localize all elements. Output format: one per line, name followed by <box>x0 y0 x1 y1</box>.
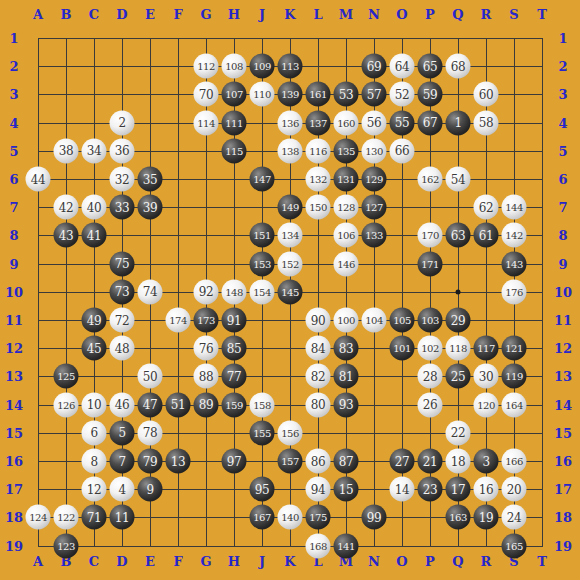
row-label-left: 15 <box>5 425 23 440</box>
black-stone-E6[interactable]: 35 <box>138 167 163 192</box>
row-label-right: 1 <box>558 31 567 46</box>
black-stone-Q17[interactable]: 17 <box>446 477 471 502</box>
row-label-right: 15 <box>554 425 572 440</box>
white-stone-S18[interactable]: 24 <box>502 505 527 530</box>
white-stone-D4[interactable]: 2 <box>110 110 135 135</box>
row-label-right: 19 <box>554 538 572 553</box>
column-label-top: A <box>33 7 43 22</box>
black-stone-P16[interactable]: 21 <box>418 449 443 474</box>
column-label-bottom: F <box>173 554 182 569</box>
black-stone-K10[interactable]: 145 <box>278 279 303 304</box>
white-stone-G12[interactable]: 76 <box>194 336 219 361</box>
black-stone-N3[interactable]: 57 <box>362 82 387 107</box>
black-stone-P11[interactable]: 103 <box>418 308 443 333</box>
column-label-top: L <box>313 7 322 22</box>
black-stone-H12[interactable]: 85 <box>222 336 247 361</box>
black-stone-Q11[interactable]: 29 <box>446 308 471 333</box>
column-label-top: K <box>284 7 295 22</box>
black-stone-K2[interactable]: 113 <box>278 54 303 79</box>
row-label-right: 18 <box>554 510 572 525</box>
white-stone-M11[interactable]: 100 <box>334 308 359 333</box>
white-stone-L7[interactable]: 150 <box>306 195 331 220</box>
row-label-left: 8 <box>9 228 18 243</box>
black-stone-F14[interactable]: 51 <box>166 392 191 417</box>
star-point <box>456 289 461 294</box>
row-label-right: 2 <box>558 59 567 74</box>
white-stone-B18[interactable]: 122 <box>54 505 79 530</box>
black-stone-K16[interactable]: 157 <box>278 449 303 474</box>
black-stone-M6[interactable]: 131 <box>334 167 359 192</box>
white-stone-L13[interactable]: 82 <box>306 364 331 389</box>
black-stone-P3[interactable]: 59 <box>418 82 443 107</box>
white-stone-A6[interactable]: 44 <box>26 167 51 192</box>
grid-line-vertical <box>38 38 39 547</box>
white-stone-S16[interactable]: 166 <box>502 449 527 474</box>
column-label-top: P <box>425 7 435 22</box>
white-stone-M8[interactable]: 106 <box>334 223 359 248</box>
white-stone-S14[interactable]: 164 <box>502 392 527 417</box>
white-stone-G13[interactable]: 88 <box>194 364 219 389</box>
column-label-bottom: O <box>396 554 407 569</box>
black-stone-S19[interactable]: 165 <box>502 533 527 558</box>
white-stone-L5[interactable]: 116 <box>306 138 331 163</box>
white-stone-D6[interactable]: 32 <box>110 167 135 192</box>
white-stone-D17[interactable]: 4 <box>110 477 135 502</box>
black-stone-C12[interactable]: 45 <box>82 336 107 361</box>
black-stone-M12[interactable]: 83 <box>334 336 359 361</box>
black-stone-R8[interactable]: 61 <box>474 223 499 248</box>
go-board-screenshot: AABBCCDDEEFFGGHHJJKKLLMMNNOOPPQQRRSSTT11… <box>0 0 580 580</box>
white-stone-R14[interactable]: 120 <box>474 392 499 417</box>
row-label-left: 17 <box>5 482 23 497</box>
row-label-left: 10 <box>5 284 23 299</box>
black-stone-N7[interactable]: 127 <box>362 195 387 220</box>
white-stone-L17[interactable]: 94 <box>306 477 331 502</box>
black-stone-M13[interactable]: 81 <box>334 364 359 389</box>
column-label-top: N <box>368 7 380 22</box>
row-label-right: 17 <box>554 482 572 497</box>
white-stone-H10[interactable]: 148 <box>222 279 247 304</box>
row-label-right: 10 <box>554 284 572 299</box>
column-label-top: S <box>509 7 518 22</box>
column-label-bottom: J <box>259 554 265 569</box>
black-stone-P2[interactable]: 65 <box>418 54 443 79</box>
column-label-bottom: C <box>89 554 99 569</box>
row-label-right: 11 <box>554 313 572 328</box>
column-label-top: B <box>61 7 72 22</box>
white-stone-P6[interactable]: 162 <box>418 167 443 192</box>
white-stone-L11[interactable]: 90 <box>306 308 331 333</box>
black-stone-D18[interactable]: 11 <box>110 505 135 530</box>
white-stone-S8[interactable]: 142 <box>502 223 527 248</box>
row-label-left: 14 <box>5 397 23 412</box>
row-label-left: 12 <box>5 341 23 356</box>
black-stone-N2[interactable]: 69 <box>362 54 387 79</box>
row-label-left: 4 <box>9 115 18 130</box>
white-stone-R13[interactable]: 30 <box>474 364 499 389</box>
black-stone-S12[interactable]: 121 <box>502 336 527 361</box>
column-label-top: Q <box>452 7 463 22</box>
column-label-bottom: G <box>200 554 211 569</box>
white-stone-E10[interactable]: 74 <box>138 279 163 304</box>
white-stone-S10[interactable]: 176 <box>502 279 527 304</box>
column-label-bottom: Q <box>452 554 463 569</box>
white-stone-K5[interactable]: 138 <box>278 138 303 163</box>
white-stone-O17[interactable]: 14 <box>390 477 415 502</box>
black-stone-O16[interactable]: 27 <box>390 449 415 474</box>
black-stone-N18[interactable]: 99 <box>362 505 387 530</box>
black-stone-H14[interactable]: 159 <box>222 392 247 417</box>
white-stone-K15[interactable]: 156 <box>278 420 303 445</box>
white-stone-J14[interactable]: 158 <box>250 392 275 417</box>
white-stone-Q2[interactable]: 68 <box>446 54 471 79</box>
column-label-bottom: P <box>425 554 435 569</box>
black-stone-O11[interactable]: 105 <box>390 308 415 333</box>
row-label-right: 16 <box>554 454 572 469</box>
row-label-right: 4 <box>558 115 567 130</box>
white-stone-K8[interactable]: 134 <box>278 223 303 248</box>
black-stone-H11[interactable]: 91 <box>222 308 247 333</box>
white-stone-D14[interactable]: 46 <box>110 392 135 417</box>
black-stone-J9[interactable]: 153 <box>250 251 275 276</box>
column-label-top: O <box>396 7 407 22</box>
black-stone-Q4[interactable]: 1 <box>446 110 471 135</box>
white-stone-P14[interactable]: 26 <box>418 392 443 417</box>
black-stone-E17[interactable]: 9 <box>138 477 163 502</box>
white-stone-D11[interactable]: 72 <box>110 308 135 333</box>
column-label-top: G <box>200 7 211 22</box>
white-stone-G10[interactable]: 92 <box>194 279 219 304</box>
black-stone-G14[interactable]: 89 <box>194 392 219 417</box>
white-stone-C17[interactable]: 12 <box>82 477 107 502</box>
black-stone-P17[interactable]: 23 <box>418 477 443 502</box>
black-stone-J15[interactable]: 155 <box>250 420 275 445</box>
column-label-top: F <box>173 7 182 22</box>
row-label-right: 12 <box>554 341 572 356</box>
grid-line-vertical <box>542 38 543 547</box>
column-label-bottom: A <box>33 554 43 569</box>
row-label-left: 6 <box>9 172 18 187</box>
black-stone-J18[interactable]: 167 <box>250 505 275 530</box>
column-label-top: R <box>481 7 492 22</box>
black-stone-O12[interactable]: 101 <box>390 336 415 361</box>
white-stone-O2[interactable]: 64 <box>390 54 415 79</box>
black-stone-H3[interactable]: 107 <box>222 82 247 107</box>
column-label-top: C <box>89 7 99 22</box>
white-stone-C14[interactable]: 10 <box>82 392 107 417</box>
white-stone-B7[interactable]: 42 <box>54 195 79 220</box>
white-stone-O5[interactable]: 66 <box>390 138 415 163</box>
row-label-left: 11 <box>5 313 23 328</box>
column-label-top: T <box>537 7 547 22</box>
white-stone-L12[interactable]: 84 <box>306 336 331 361</box>
white-stone-G2[interactable]: 112 <box>194 54 219 79</box>
white-stone-M9[interactable]: 146 <box>334 251 359 276</box>
black-stone-Q13[interactable]: 25 <box>446 364 471 389</box>
column-label-top: E <box>145 7 155 22</box>
white-stone-Q6[interactable]: 54 <box>446 167 471 192</box>
black-stone-J8[interactable]: 151 <box>250 223 275 248</box>
black-stone-E7[interactable]: 39 <box>138 195 163 220</box>
row-label-right: 6 <box>558 172 567 187</box>
white-stone-M4[interactable]: 160 <box>334 110 359 135</box>
column-label-top: J <box>259 7 265 22</box>
white-stone-E13[interactable]: 50 <box>138 364 163 389</box>
black-stone-P4[interactable]: 67 <box>418 110 443 135</box>
black-stone-H5[interactable]: 115 <box>222 138 247 163</box>
white-stone-C16[interactable]: 8 <box>82 449 107 474</box>
black-stone-N6[interactable]: 129 <box>362 167 387 192</box>
white-stone-K4[interactable]: 136 <box>278 110 303 135</box>
black-stone-H4[interactable]: 111 <box>222 110 247 135</box>
white-stone-L14[interactable]: 80 <box>306 392 331 417</box>
white-stone-J10[interactable]: 154 <box>250 279 275 304</box>
row-label-right: 7 <box>558 200 567 215</box>
black-stone-R18[interactable]: 19 <box>474 505 499 530</box>
white-stone-B5[interactable]: 38 <box>54 138 79 163</box>
black-stone-D10[interactable]: 73 <box>110 279 135 304</box>
column-label-bottom: N <box>368 554 380 569</box>
white-stone-P13[interactable]: 28 <box>418 364 443 389</box>
white-stone-G3[interactable]: 70 <box>194 82 219 107</box>
column-label-bottom: E <box>145 554 155 569</box>
row-label-right: 8 <box>558 228 567 243</box>
black-stone-Q8[interactable]: 63 <box>446 223 471 248</box>
white-stone-R17[interactable]: 16 <box>474 477 499 502</box>
white-stone-L16[interactable]: 86 <box>306 449 331 474</box>
white-stone-C15[interactable]: 6 <box>82 420 107 445</box>
white-stone-A18[interactable]: 124 <box>26 505 51 530</box>
black-stone-M5[interactable]: 135 <box>334 138 359 163</box>
white-stone-C5[interactable]: 34 <box>82 138 107 163</box>
row-label-left: 19 <box>5 538 23 553</box>
white-stone-R4[interactable]: 58 <box>474 110 499 135</box>
white-stone-N5[interactable]: 130 <box>362 138 387 163</box>
white-stone-M7[interactable]: 128 <box>334 195 359 220</box>
white-stone-P8[interactable]: 170 <box>418 223 443 248</box>
white-stone-D12[interactable]: 48 <box>110 336 135 361</box>
black-stone-L3[interactable]: 161 <box>306 82 331 107</box>
white-stone-P12[interactable]: 102 <box>418 336 443 361</box>
black-stone-G11[interactable]: 173 <box>194 308 219 333</box>
column-label-top: M <box>339 7 353 22</box>
black-stone-J6[interactable]: 147 <box>250 167 275 192</box>
column-label-bottom: R <box>481 554 492 569</box>
row-label-left: 5 <box>9 143 18 158</box>
row-label-right: 9 <box>558 256 567 271</box>
black-stone-S9[interactable]: 143 <box>502 251 527 276</box>
white-stone-N4[interactable]: 56 <box>362 110 387 135</box>
white-stone-R3[interactable]: 60 <box>474 82 499 107</box>
black-stone-D16[interactable]: 7 <box>110 449 135 474</box>
black-stone-C18[interactable]: 71 <box>82 505 107 530</box>
grid-line-vertical <box>66 38 67 547</box>
white-stone-K9[interactable]: 152 <box>278 251 303 276</box>
column-label-bottom: T <box>537 554 547 569</box>
black-stone-D15[interactable]: 5 <box>110 420 135 445</box>
black-stone-E16[interactable]: 79 <box>138 449 163 474</box>
black-stone-K3[interactable]: 139 <box>278 82 303 107</box>
black-stone-K7[interactable]: 149 <box>278 195 303 220</box>
column-label-bottom: D <box>116 554 127 569</box>
black-stone-C11[interactable]: 49 <box>82 308 107 333</box>
black-stone-H13[interactable]: 77 <box>222 364 247 389</box>
white-stone-J3[interactable]: 110 <box>250 82 275 107</box>
black-stone-N8[interactable]: 133 <box>362 223 387 248</box>
column-label-bottom: K <box>284 554 295 569</box>
black-stone-B8[interactable]: 43 <box>54 223 79 248</box>
white-stone-Q15[interactable]: 22 <box>446 420 471 445</box>
white-stone-C7[interactable]: 40 <box>82 195 107 220</box>
black-stone-J17[interactable]: 95 <box>250 477 275 502</box>
black-stone-R16[interactable]: 3 <box>474 449 499 474</box>
row-label-left: 7 <box>9 200 18 215</box>
row-label-right: 3 <box>558 87 567 102</box>
white-stone-S17[interactable]: 20 <box>502 477 527 502</box>
black-stone-H16[interactable]: 97 <box>222 449 247 474</box>
row-label-right: 13 <box>554 369 572 384</box>
black-stone-L18[interactable]: 175 <box>306 505 331 530</box>
white-stone-B14[interactable]: 126 <box>54 392 79 417</box>
black-stone-R12[interactable]: 117 <box>474 336 499 361</box>
white-stone-Q12[interactable]: 118 <box>446 336 471 361</box>
white-stone-N11[interactable]: 104 <box>362 308 387 333</box>
black-stone-M19[interactable]: 141 <box>334 533 359 558</box>
column-label-bottom: H <box>228 554 240 569</box>
black-stone-C8[interactable]: 41 <box>82 223 107 248</box>
white-stone-L19[interactable]: 168 <box>306 533 331 558</box>
black-stone-L4[interactable]: 137 <box>306 110 331 135</box>
black-stone-B19[interactable]: 123 <box>54 533 79 558</box>
white-stone-R7[interactable]: 62 <box>474 195 499 220</box>
black-stone-F16[interactable]: 13 <box>166 449 191 474</box>
black-stone-B13[interactable]: 125 <box>54 364 79 389</box>
black-stone-P9[interactable]: 171 <box>418 251 443 276</box>
row-label-left: 13 <box>5 369 23 384</box>
black-stone-M3[interactable]: 53 <box>334 82 359 107</box>
row-label-left: 18 <box>5 510 23 525</box>
black-stone-J2[interactable]: 109 <box>250 54 275 79</box>
white-stone-L6[interactable]: 132 <box>306 167 331 192</box>
black-stone-E14[interactable]: 47 <box>138 392 163 417</box>
column-label-top: D <box>116 7 127 22</box>
black-stone-Q18[interactable]: 163 <box>446 505 471 530</box>
white-stone-G4[interactable]: 114 <box>194 110 219 135</box>
white-stone-O3[interactable]: 52 <box>390 82 415 107</box>
row-label-left: 9 <box>9 256 18 271</box>
black-stone-M14[interactable]: 93 <box>334 392 359 417</box>
black-stone-D7[interactable]: 33 <box>110 195 135 220</box>
column-label-top: H <box>228 7 240 22</box>
white-stone-F11[interactable]: 174 <box>166 308 191 333</box>
black-stone-D9[interactable]: 75 <box>110 251 135 276</box>
black-stone-M16[interactable]: 87 <box>334 449 359 474</box>
row-label-left: 1 <box>9 31 18 46</box>
row-label-right: 5 <box>558 143 567 158</box>
row-label-left: 3 <box>9 87 18 102</box>
black-stone-O4[interactable]: 55 <box>390 110 415 135</box>
row-label-left: 16 <box>5 454 23 469</box>
row-label-left: 2 <box>9 59 18 74</box>
white-stone-D5[interactable]: 36 <box>110 138 135 163</box>
black-stone-M17[interactable]: 15 <box>334 477 359 502</box>
row-label-right: 14 <box>554 397 572 412</box>
white-stone-K18[interactable]: 140 <box>278 505 303 530</box>
white-stone-S7[interactable]: 144 <box>502 195 527 220</box>
white-stone-E15[interactable]: 78 <box>138 420 163 445</box>
black-stone-S13[interactable]: 119 <box>502 364 527 389</box>
white-stone-Q16[interactable]: 18 <box>446 449 471 474</box>
white-stone-H2[interactable]: 108 <box>222 54 247 79</box>
